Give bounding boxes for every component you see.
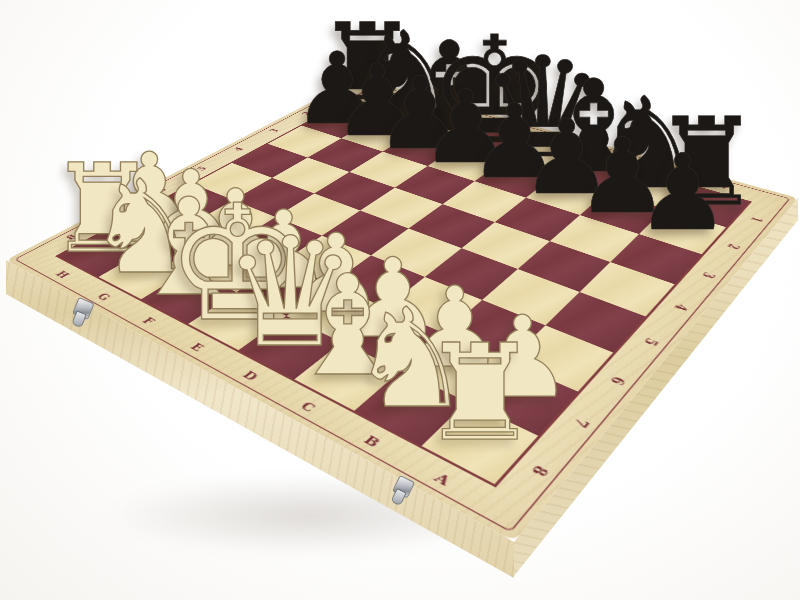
rank-label-left-2: 2 xyxy=(301,111,313,116)
rank-label-right-7: 7 xyxy=(570,416,591,429)
rank-label-right-4: 4 xyxy=(672,302,690,312)
file-label-near-H: H xyxy=(54,270,72,280)
file-label-far-A: A xyxy=(718,183,732,190)
rank-label-left-6: 6 xyxy=(155,187,168,193)
file-label-far-H: H xyxy=(384,91,397,96)
rank-label-left-4: 4 xyxy=(233,146,246,151)
file-label-near-E: E xyxy=(188,341,206,352)
rank-label-right-2: 2 xyxy=(725,242,742,250)
rank-label-left-8: 8 xyxy=(65,233,79,240)
rank-label-right-3: 3 xyxy=(700,271,717,280)
rank-label-right-8: 8 xyxy=(529,463,551,478)
file-label-near-F: F xyxy=(140,316,157,326)
rank-label-left-5: 5 xyxy=(195,166,208,172)
file-label-near-B: B xyxy=(361,433,383,448)
file-label-far-C: C xyxy=(607,152,620,158)
file-label-far-G: G xyxy=(423,102,436,107)
rank-label-right-5: 5 xyxy=(641,337,660,348)
rank-label-left-7: 7 xyxy=(111,209,125,216)
chess-set-photo: HH11GG22FF33EE44DD55CC66BB77AA88 ♜♞♝♛♚♝♞… xyxy=(0,0,800,600)
file-label-near-A: A xyxy=(432,471,454,488)
rank-label-right-1: 1 xyxy=(748,216,764,223)
rank-label-left-3: 3 xyxy=(268,128,280,133)
file-label-far-D: D xyxy=(556,138,570,144)
file-label-near-D: D xyxy=(240,369,260,382)
file-label-far-E: E xyxy=(510,126,522,132)
rank-label-right-6: 6 xyxy=(608,374,628,386)
rank-label-left-1: 1 xyxy=(332,95,344,99)
board-grid xyxy=(58,93,749,484)
file-label-far-F: F xyxy=(466,114,478,119)
file-label-near-G: G xyxy=(95,292,113,302)
file-label-near-C: C xyxy=(298,400,318,414)
file-label-far-B: B xyxy=(660,167,674,174)
